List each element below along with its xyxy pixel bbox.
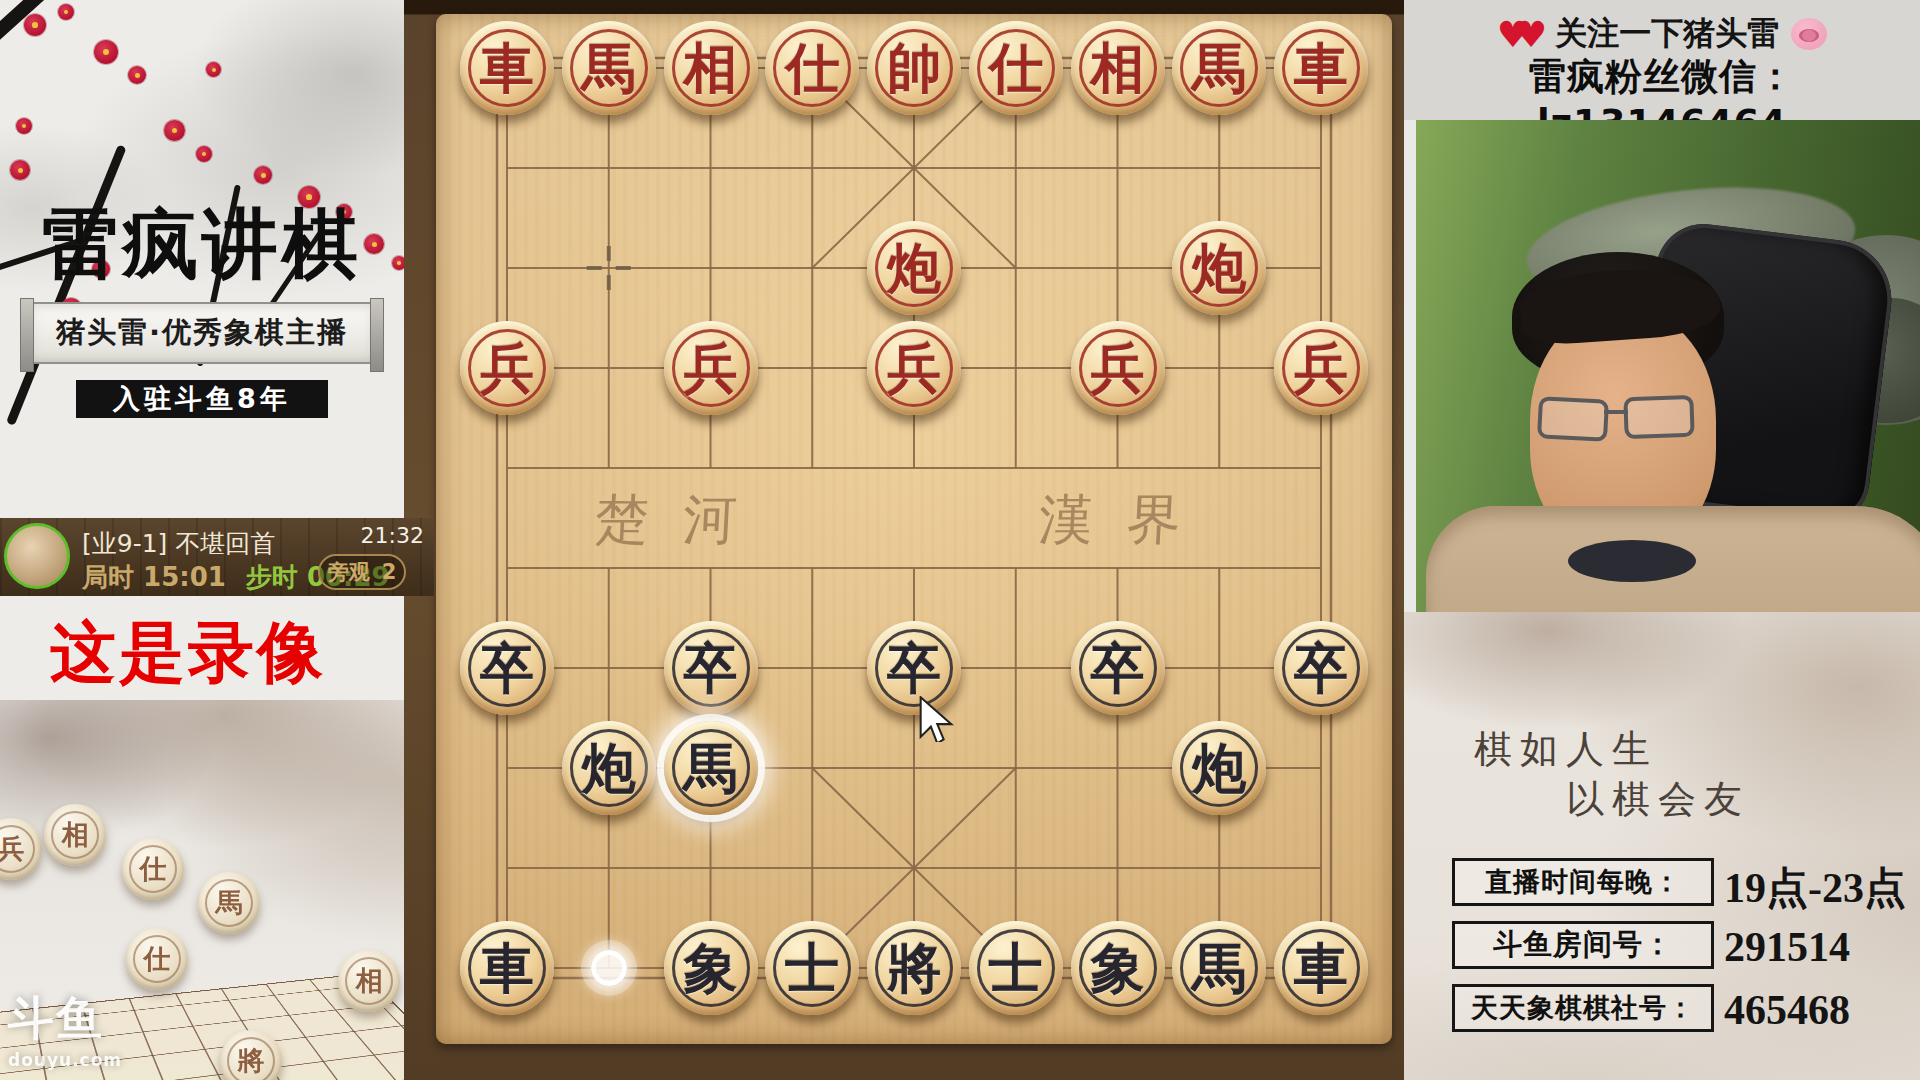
pig-icon	[1791, 18, 1827, 50]
watermark-en: douyu.com	[8, 1050, 122, 1070]
follow-header: ♥♥ 关注一下猪头雷 雷疯粉丝微信：lz13146464	[1404, 0, 1920, 120]
piece-black-elephant[interactable]: 象	[1071, 921, 1165, 1015]
piece-glyph: 兵	[480, 341, 534, 395]
photo-piece: 仕	[126, 928, 188, 990]
piece-black-king[interactable]: 將	[867, 921, 961, 1015]
info-row: 斗鱼房间号：291514	[1404, 921, 1920, 969]
info-value: 465468	[1724, 986, 1850, 1034]
recording-note: 这是录像	[50, 608, 326, 698]
plum-blossom	[206, 62, 221, 77]
photo-piece: 相	[44, 804, 106, 866]
piece-glyph: 象	[684, 941, 738, 995]
wall-clock: 21:32	[361, 523, 424, 548]
piece-glyph: 炮	[582, 741, 636, 795]
piece-glyph: 將	[887, 941, 941, 995]
piece-black-pawn[interactable]: 卒	[1071, 621, 1165, 715]
piece-glyph: 兵	[1294, 341, 1348, 395]
player-info-bar: [业9-1] 不堪回首 局时 15:01步时 00:29 21:32 旁观2	[0, 518, 434, 596]
info-label: 斗鱼房间号：	[1452, 921, 1714, 969]
piece-glyph: 馬	[582, 41, 636, 95]
glasses-left-lens	[1537, 396, 1609, 442]
piece-red-pawn[interactable]: 兵	[664, 321, 758, 415]
piece-glyph: 炮	[1192, 741, 1246, 795]
piece-black-advisor[interactable]: 士	[765, 921, 859, 1015]
river-label-right: 漢界	[1003, 484, 1217, 557]
info-label: 天天象棋棋社号：	[1452, 984, 1714, 1032]
piece-glyph: 車	[480, 41, 534, 95]
piece-red-cannon[interactable]: 炮	[1172, 221, 1266, 315]
plum-blossom	[58, 4, 74, 20]
piece-glyph: 仕	[785, 41, 839, 95]
glasses-bridge	[1604, 410, 1628, 414]
piece-red-advisor[interactable]: 仕	[969, 21, 1063, 115]
info-row: 直播时间每晚：19点-23点	[1404, 858, 1920, 906]
piece-glyph: 士	[989, 941, 1043, 995]
piece-glyph: 卒	[887, 641, 941, 695]
piece-glyph: 帥	[887, 41, 941, 95]
photo-piece: 仕	[122, 838, 184, 900]
xiangqi-board-area: 楚河 漢界 車馬相仕帥仕相馬車炮炮兵兵兵兵兵卒卒卒卒卒炮馬炮車象士將士象馬車	[404, 0, 1404, 1080]
piece-glyph: 象	[1091, 941, 1145, 995]
plum-blossom	[10, 160, 30, 180]
piece-glyph: 車	[480, 941, 534, 995]
piece-glyph: 相	[1091, 41, 1145, 95]
glasses-right-lens	[1623, 395, 1694, 439]
bottom-chess-photo-art: 兵相仕馬仕相將 斗鱼 douyu.com	[0, 700, 404, 1080]
piece-glyph: 相	[684, 41, 738, 95]
plum-blossom	[128, 66, 146, 84]
piece-red-elephant[interactable]: 相	[1071, 21, 1165, 115]
photo-piece: 馬	[198, 872, 260, 934]
piece-red-king[interactable]: 帥	[867, 21, 961, 115]
piece-glyph: 車	[1294, 941, 1348, 995]
heart-icon: ♥♥	[1497, 14, 1534, 55]
plum-blossom	[94, 40, 118, 64]
piece-black-pawn[interactable]: 卒	[460, 621, 554, 715]
piece-black-advisor[interactable]: 士	[969, 921, 1063, 1015]
piece-glyph: 馬	[1192, 41, 1246, 95]
piece-black-horse[interactable]: 馬	[1172, 921, 1266, 1015]
wechat-line: 雷疯粉丝微信：lz13146464	[1404, 52, 1920, 120]
photo-piece: 兵	[0, 818, 42, 880]
piece-glyph: 士	[785, 941, 839, 995]
piece-black-cannon[interactable]: 炮	[1172, 721, 1266, 815]
piece-red-horse[interactable]: 馬	[1172, 21, 1266, 115]
piece-red-elephant[interactable]: 相	[664, 21, 758, 115]
piece-red-cannon[interactable]: 炮	[867, 221, 961, 315]
piece-red-horse[interactable]: 馬	[562, 21, 656, 115]
piece-red-pawn[interactable]: 兵	[1274, 321, 1368, 415]
player-name: [业9-1] 不堪回首	[82, 527, 275, 560]
piece-glyph: 仕	[989, 41, 1043, 95]
info-row: 天天象棋棋社号：465468	[1404, 984, 1920, 1032]
river-label-left: 楚河	[559, 484, 773, 557]
watermark-cn: 斗鱼	[8, 988, 122, 1050]
info-panel: 棋如人生 以棋会友 直播时间每晚：19点-23点斗鱼房间号：291514天天象棋…	[1404, 612, 1920, 1080]
piece-glyph: 馬	[1192, 941, 1246, 995]
piece-black-pawn[interactable]: 卒	[1274, 621, 1368, 715]
plum-blossom	[196, 146, 212, 162]
piece-red-advisor[interactable]: 仕	[765, 21, 859, 115]
motto-line2: 以棋会友	[1566, 774, 1750, 825]
board-grid	[404, 0, 1404, 1080]
last-move-origin-marker	[591, 950, 627, 986]
piece-red-pawn[interactable]: 兵	[460, 321, 554, 415]
piece-glyph: 炮	[887, 241, 941, 295]
tenure-banner: 入驻斗鱼8年	[76, 380, 328, 418]
plum-blossom	[164, 120, 185, 141]
motto-line1: 棋如人生	[1474, 724, 1658, 775]
piece-glyph: 兵	[684, 341, 738, 395]
piece-black-elephant[interactable]: 象	[664, 921, 758, 1015]
channel-title: 雷疯讲棋	[0, 194, 404, 297]
piece-black-pawn[interactable]: 卒	[664, 621, 758, 715]
info-value: 291514	[1724, 923, 1850, 971]
piece-glyph: 馬	[684, 741, 738, 795]
plum-blossom	[24, 14, 46, 36]
piece-glyph: 車	[1294, 41, 1348, 95]
info-label: 直播时间每晚：	[1452, 858, 1714, 906]
piece-glyph: 兵	[887, 341, 941, 395]
info-value: 19点-23点	[1724, 860, 1906, 916]
mouse-cursor-icon	[916, 696, 956, 742]
plum-blossom	[254, 166, 272, 184]
piece-black-horse[interactable]: 馬	[664, 721, 758, 815]
streamer-collar	[1568, 540, 1696, 582]
plum-blossom	[16, 118, 32, 134]
webcam-feed	[1404, 120, 1920, 612]
subtitle-text: 猪头雷·优秀象棋主播	[56, 313, 348, 353]
game-time: 局时 15:01	[82, 562, 226, 592]
follow-text: 关注一下猪头雷	[1555, 12, 1779, 56]
piece-glyph: 卒	[1091, 641, 1145, 695]
piece-glyph: 卒	[1294, 641, 1348, 695]
stream-screenshot: 雷疯讲棋 猪头雷·优秀象棋主播 入驻斗鱼8年 这是录像 兵相仕馬仕相將 斗鱼 d…	[0, 0, 1920, 1080]
piece-red-pawn[interactable]: 兵	[1071, 321, 1165, 415]
douyu-watermark: 斗鱼 douyu.com	[8, 988, 122, 1070]
piece-glyph: 炮	[1192, 241, 1246, 295]
spectators-badge[interactable]: 旁观2	[318, 554, 406, 590]
subtitle-scroll-banner: 猪头雷·优秀象棋主播	[26, 302, 378, 364]
piece-glyph: 兵	[1091, 341, 1145, 395]
piece-black-chariot[interactable]: 車	[460, 921, 554, 1015]
piece-red-chariot[interactable]: 車	[1274, 21, 1368, 115]
piece-red-pawn[interactable]: 兵	[867, 321, 961, 415]
avatar[interactable]	[4, 523, 70, 589]
photo-piece: 相	[338, 950, 400, 1012]
piece-glyph: 卒	[684, 641, 738, 695]
piece-red-chariot[interactable]: 車	[460, 21, 554, 115]
follow-line: ♥♥ 关注一下猪头雷	[1404, 12, 1920, 56]
piece-glyph: 卒	[480, 641, 534, 695]
piece-black-chariot[interactable]: 車	[1274, 921, 1368, 1015]
piece-black-cannon[interactable]: 炮	[562, 721, 656, 815]
